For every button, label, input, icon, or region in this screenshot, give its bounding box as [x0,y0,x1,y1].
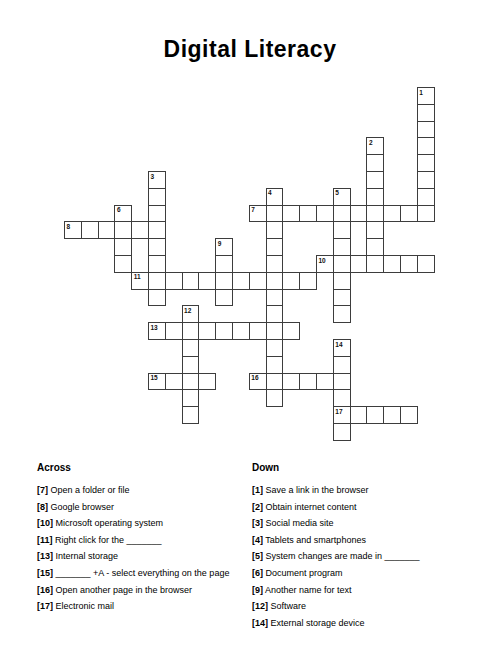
clue-item: [7] Open a folder or file [37,482,255,499]
clue-number: [17] [37,601,53,611]
grid-cell[interactable] [333,255,351,273]
grid-cell[interactable] [266,339,284,357]
grid-cell[interactable] [266,255,284,273]
clue-item: [8] Google browser [37,499,255,516]
grid-cell[interactable]: 14 [333,339,351,357]
clue-item: [4] Tablets and smartphones [252,532,470,549]
grid-cell[interactable] [266,389,284,407]
grid-cell[interactable] [182,356,200,374]
grid-cell[interactable] [114,238,132,256]
grid-cell[interactable] [333,205,351,223]
grid-cell[interactable] [366,205,384,223]
grid-cell[interactable] [182,373,200,391]
clue-number: [2] [252,502,263,512]
puzzle-title: Digital Literacy [0,36,500,63]
cell-number: 7 [251,206,255,213]
cell-number: 13 [151,324,158,331]
grid-cell[interactable] [131,221,149,239]
cell-number: 4 [268,189,272,196]
grid-cell[interactable] [266,322,284,340]
grid-cell[interactable] [366,188,384,206]
cell-number: 8 [67,223,71,230]
grid-cell[interactable] [383,205,401,223]
clue-number: [11] [37,535,53,545]
grid-cell[interactable] [299,205,317,223]
cell-number: 6 [117,206,121,213]
grid-cell[interactable] [148,255,166,273]
grid-cell[interactable]: 16 [249,373,267,391]
cell-number: 9 [218,240,222,247]
grid-cell[interactable]: 11 [131,272,149,290]
grid-cell[interactable] [182,322,200,340]
grid-cell[interactable] [366,255,384,273]
clue-item: [2] Obtain internet content [252,499,470,516]
grid-cell[interactable] [417,205,435,223]
grid-cell[interactable] [114,221,132,239]
grid-cell[interactable] [417,171,435,189]
clue-item: [12] Software [252,598,470,615]
grid-cell[interactable] [266,289,284,307]
grid-cell[interactable]: 8 [64,221,82,239]
grid-cell[interactable] [333,305,351,323]
cell-number: 5 [335,189,339,196]
grid-cell[interactable] [282,322,300,340]
grid-cell[interactable] [165,272,183,290]
grid-cell[interactable] [417,104,435,122]
grid-cell[interactable] [266,373,284,391]
grid-cell[interactable] [282,373,300,391]
across-clue-list: [7] Open a folder or file[8] Google brow… [37,482,255,615]
grid-cell[interactable] [400,205,418,223]
down-clue-list: [1] Save a link in the browser[2] Obtain… [252,482,470,631]
grid-cell[interactable] [148,289,166,307]
grid-cell[interactable] [215,289,233,307]
grid-cell[interactable] [350,205,368,223]
grid-cell[interactable]: 7 [249,205,267,223]
grid-cell[interactable] [215,322,233,340]
clue-item: [15] _______ +A - select everything on t… [37,565,255,582]
grid-cell[interactable]: 1 [417,87,435,105]
worksheet-page: Digital Literacy 12345678910111213141516… [0,0,500,647]
grid-cell[interactable] [417,255,435,273]
grid-cell[interactable]: 13 [148,322,166,340]
cell-number: 1 [419,89,423,96]
grid-cell[interactable] [148,188,166,206]
grid-cell[interactable] [316,205,334,223]
clue-item: [13] Internal storage [37,548,255,565]
cell-number: 14 [335,341,342,348]
grid-cell[interactable] [266,305,284,323]
grid-cell[interactable] [316,373,334,391]
grid-cell[interactable] [249,322,267,340]
grid-cell[interactable] [266,221,284,239]
grid-cell[interactable]: 6 [114,205,132,223]
grid-cell[interactable] [333,356,351,374]
grid-cell[interactable] [417,188,435,206]
clue-item: [9] Another name for text [252,582,470,599]
cell-number: 10 [319,257,326,264]
grid-cell[interactable] [366,406,384,424]
grid-cell[interactable] [333,272,351,290]
grid-cell[interactable] [165,322,183,340]
grid-cell[interactable] [266,238,284,256]
grid-cell[interactable] [215,255,233,273]
grid-cell[interactable] [182,406,200,424]
grid-cell[interactable] [299,272,317,290]
clue-item: [10] Microsoft operating system [37,515,255,532]
grid-cell[interactable] [148,238,166,256]
cell-number: 12 [184,307,191,314]
grid-cell[interactable] [333,423,351,441]
grid-cell[interactable] [182,339,200,357]
clue-item: [1] Save a link in the browser [252,482,470,499]
clue-item: [5] System changes are made in _______ [252,548,470,565]
clue-number: [8] [37,502,48,512]
grid-cell[interactable]: 4 [266,188,284,206]
grid-cell[interactable] [417,121,435,139]
grid-cell[interactable] [366,154,384,172]
cell-number: 15 [151,374,158,381]
grid-cell[interactable] [148,205,166,223]
grid-cell[interactable]: 15 [148,373,166,391]
grid-cell[interactable] [366,221,384,239]
clue-number: [14] [252,618,268,628]
grid-cell[interactable] [400,255,418,273]
clue-number: [7] [37,485,48,495]
grid-cell[interactable] [282,205,300,223]
across-clues-section: Across [7] Open a folder or file[8] Goog… [37,462,255,615]
grid-cell[interactable] [232,272,250,290]
grid-cell[interactable] [400,406,418,424]
clue-item: [6] Document program [252,565,470,582]
grid-cell[interactable] [249,272,267,290]
clue-number: [5] [252,551,263,561]
grid-cell[interactable] [165,373,183,391]
grid-cell[interactable] [215,272,233,290]
crossword-grid: 1234567891011121314151617 [64,87,435,441]
grid-cell[interactable] [417,154,435,172]
grid-cell[interactable] [114,255,132,273]
grid-cell[interactable]: 12 [182,305,200,323]
grid-cell[interactable] [333,238,351,256]
grid-cell[interactable] [383,255,401,273]
grid-cell[interactable]: 2 [366,137,384,155]
grid-cell[interactable] [266,205,284,223]
clue-item: [3] Social media site [252,515,470,532]
grid-cell[interactable] [148,221,166,239]
cell-number: 3 [151,173,155,180]
grid-cell[interactable] [282,272,300,290]
grid-cell[interactable] [383,406,401,424]
grid-cell[interactable] [299,373,317,391]
down-header: Down [252,462,470,473]
clue-number: [15] [37,568,53,578]
clue-number: [16] [37,585,53,595]
grid-cell[interactable]: 5 [333,188,351,206]
clue-item: [17] Electronic mail [37,598,255,615]
grid-cell[interactable] [366,171,384,189]
clue-item: [14] External storage device [252,615,470,632]
grid-cell[interactable] [182,272,200,290]
grid-cell[interactable] [333,373,351,391]
clue-number: [9] [252,585,263,595]
clue-number: [13] [37,551,53,561]
grid-cell[interactable]: 3 [148,171,166,189]
down-clues-section: Down [1] Save a link in the browser[2] O… [252,462,470,631]
grid-cell[interactable] [266,356,284,374]
grid-cell[interactable] [98,221,116,239]
grid-cell[interactable] [81,221,99,239]
grid-cell[interactable] [333,289,351,307]
grid-cell[interactable] [350,406,368,424]
grid-cell[interactable] [198,272,216,290]
clue-number: [3] [252,518,263,528]
grid-cell[interactable]: 17 [333,406,351,424]
clue-number: [4] [252,535,263,545]
grid-cell[interactable]: 9 [215,238,233,256]
clue-number: [6] [252,568,263,578]
cell-number: 17 [335,408,342,415]
grid-cell[interactable] [198,322,216,340]
clue-number: [10] [37,518,53,528]
grid-cell[interactable]: 10 [316,255,334,273]
across-header: Across [37,462,255,473]
clue-item: [11] Right click for the _______ [37,532,255,549]
grid-cell[interactable] [182,389,200,407]
grid-cell[interactable] [198,373,216,391]
cell-number: 16 [251,374,258,381]
grid-cell[interactable] [266,272,284,290]
clue-number: [12] [252,601,268,611]
grid-cell[interactable] [333,389,351,407]
grid-cell[interactable] [148,272,166,290]
grid-cell[interactable] [417,137,435,155]
grid-cell[interactable] [333,221,351,239]
cell-number: 11 [134,273,141,280]
grid-cell[interactable] [232,322,250,340]
cell-number: 2 [369,139,373,146]
clue-item: [16] Open another page in the browser [37,582,255,599]
grid-cell[interactable] [366,238,384,256]
grid-cell[interactable] [350,255,368,273]
clue-number: [1] [252,485,263,495]
